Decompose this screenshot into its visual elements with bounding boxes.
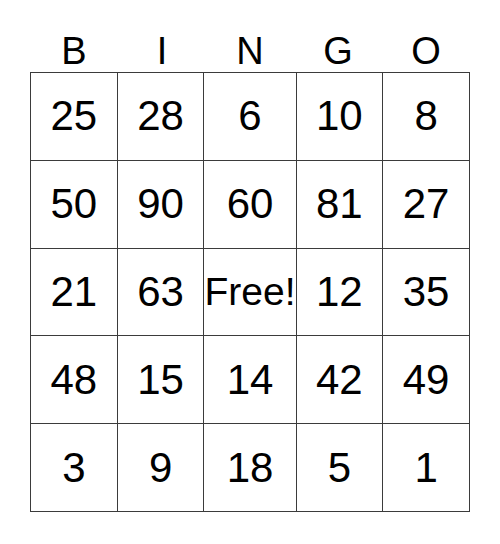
column-letter-N: N <box>206 32 294 72</box>
cell-r3c4[interactable]: 12 <box>297 249 384 337</box>
cell-r2c2[interactable]: 90 <box>118 161 205 249</box>
column-letter-G: G <box>294 32 382 72</box>
bingo-grid: 2528610850906081272163Free!1235481514424… <box>30 72 470 512</box>
cell-r4c5[interactable]: 49 <box>383 336 470 424</box>
cell-r3c2[interactable]: 63 <box>118 249 205 337</box>
cell-r2c1[interactable]: 50 <box>31 161 118 249</box>
cell-r4c1[interactable]: 48 <box>31 336 118 424</box>
column-letter-I: I <box>118 32 206 72</box>
cell-r4c3[interactable]: 14 <box>204 336 296 424</box>
cell-r5c4[interactable]: 5 <box>297 424 384 512</box>
free-cell[interactable]: Free! <box>204 249 296 337</box>
cell-r2c3[interactable]: 60 <box>204 161 296 249</box>
cell-r1c4[interactable]: 10 <box>297 73 384 161</box>
bingo-card: BINGO 2528610850906081272163Free!1235481… <box>30 0 470 512</box>
cell-r2c5[interactable]: 27 <box>383 161 470 249</box>
cell-r4c2[interactable]: 15 <box>118 336 205 424</box>
cell-r5c3[interactable]: 18 <box>204 424 296 512</box>
cell-r1c3[interactable]: 6 <box>204 73 296 161</box>
cell-r5c2[interactable]: 9 <box>118 424 205 512</box>
cell-r5c5[interactable]: 1 <box>383 424 470 512</box>
cell-r5c1[interactable]: 3 <box>31 424 118 512</box>
cell-r4c4[interactable]: 42 <box>297 336 384 424</box>
cell-r2c4[interactable]: 81 <box>297 161 384 249</box>
cell-r1c2[interactable]: 28 <box>118 73 205 161</box>
cell-r3c1[interactable]: 21 <box>31 249 118 337</box>
bingo-header: BINGO <box>30 0 470 72</box>
cell-r3c5[interactable]: 35 <box>383 249 470 337</box>
column-letter-B: B <box>30 32 118 72</box>
cell-r1c5[interactable]: 8 <box>383 73 470 161</box>
column-letter-O: O <box>382 32 470 72</box>
cell-r1c1[interactable]: 25 <box>31 73 118 161</box>
